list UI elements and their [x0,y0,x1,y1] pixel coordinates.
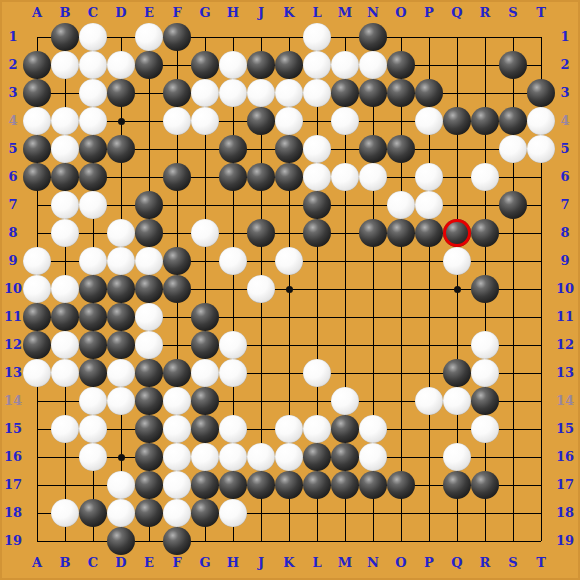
intersection[interactable] [471,387,499,415]
intersection[interactable] [135,79,163,107]
intersection[interactable] [527,359,555,387]
intersection[interactable] [191,303,219,331]
intersection[interactable] [51,415,79,443]
intersection[interactable] [387,499,415,527]
intersection[interactable] [499,499,527,527]
intersection[interactable] [163,415,191,443]
intersection[interactable] [163,275,191,303]
intersection[interactable] [499,471,527,499]
intersection[interactable] [23,415,51,443]
intersection[interactable] [415,23,443,51]
intersection[interactable] [527,247,555,275]
intersection[interactable] [499,163,527,191]
intersection[interactable] [443,415,471,443]
intersection[interactable] [163,247,191,275]
intersection[interactable] [331,275,359,303]
intersection[interactable] [135,107,163,135]
intersection[interactable] [107,79,135,107]
intersection[interactable] [331,359,359,387]
intersection[interactable] [303,219,331,247]
intersection[interactable] [275,135,303,163]
intersection[interactable] [135,331,163,359]
intersection[interactable] [163,51,191,79]
intersection[interactable] [191,527,219,555]
intersection[interactable] [303,303,331,331]
intersection[interactable] [303,163,331,191]
intersection[interactable] [219,499,247,527]
intersection[interactable] [303,275,331,303]
intersection[interactable] [275,387,303,415]
intersection[interactable] [331,471,359,499]
intersection[interactable] [415,331,443,359]
intersection[interactable] [23,443,51,471]
intersection[interactable] [499,331,527,359]
intersection[interactable] [51,331,79,359]
intersection[interactable] [471,359,499,387]
intersection[interactable] [499,275,527,303]
intersection[interactable] [443,443,471,471]
intersection[interactable] [331,527,359,555]
intersection[interactable] [107,247,135,275]
intersection[interactable] [387,107,415,135]
intersection[interactable] [471,499,499,527]
intersection[interactable] [219,219,247,247]
intersection[interactable] [387,79,415,107]
intersection[interactable] [527,387,555,415]
intersection[interactable] [415,471,443,499]
intersection[interactable] [443,527,471,555]
intersection[interactable] [135,499,163,527]
intersection[interactable] [387,51,415,79]
intersection[interactable] [107,51,135,79]
intersection[interactable] [219,303,247,331]
intersection[interactable] [163,219,191,247]
intersection[interactable] [527,303,555,331]
intersection[interactable] [219,415,247,443]
intersection[interactable] [135,527,163,555]
intersection[interactable] [499,51,527,79]
intersection[interactable] [163,79,191,107]
intersection[interactable] [471,443,499,471]
intersection[interactable] [107,23,135,51]
intersection[interactable] [219,527,247,555]
intersection[interactable] [51,135,79,163]
intersection[interactable] [23,51,51,79]
intersection[interactable] [79,219,107,247]
intersection[interactable] [23,303,51,331]
intersection[interactable] [303,527,331,555]
intersection[interactable] [135,443,163,471]
intersection[interactable] [303,499,331,527]
intersection[interactable] [191,163,219,191]
intersection[interactable] [471,219,499,247]
intersection[interactable] [303,135,331,163]
intersection[interactable] [499,527,527,555]
intersection[interactable] [387,415,415,443]
intersection[interactable] [275,527,303,555]
intersection[interactable] [191,387,219,415]
intersection[interactable] [303,51,331,79]
intersection[interactable] [79,415,107,443]
intersection[interactable] [415,387,443,415]
intersection[interactable] [331,191,359,219]
intersection[interactable] [191,415,219,443]
intersection[interactable] [247,359,275,387]
intersection[interactable] [191,135,219,163]
intersection[interactable] [387,163,415,191]
intersection[interactable] [79,191,107,219]
intersection[interactable] [415,247,443,275]
intersection[interactable] [303,415,331,443]
intersection[interactable] [303,191,331,219]
intersection[interactable] [247,387,275,415]
intersection[interactable] [219,387,247,415]
intersection[interactable] [359,331,387,359]
intersection[interactable] [23,275,51,303]
intersection[interactable] [275,331,303,359]
intersection[interactable] [51,387,79,415]
intersection[interactable] [247,219,275,247]
intersection[interactable] [23,191,51,219]
intersection[interactable] [79,247,107,275]
intersection[interactable] [107,163,135,191]
intersection[interactable] [135,387,163,415]
intersection[interactable] [107,359,135,387]
intersection[interactable] [499,135,527,163]
intersection[interactable] [79,499,107,527]
intersection[interactable] [51,219,79,247]
intersection[interactable] [415,79,443,107]
intersection[interactable] [79,527,107,555]
intersection[interactable] [471,51,499,79]
intersection[interactable] [107,275,135,303]
intersection[interactable] [275,247,303,275]
intersection[interactable] [527,331,555,359]
intersection[interactable] [527,23,555,51]
intersection[interactable] [51,247,79,275]
intersection[interactable] [107,331,135,359]
intersection[interactable] [443,79,471,107]
intersection[interactable] [443,135,471,163]
intersection[interactable] [331,135,359,163]
intersection[interactable] [359,51,387,79]
intersection[interactable] [23,163,51,191]
intersection[interactable] [499,219,527,247]
intersection[interactable] [23,527,51,555]
intersection[interactable] [443,219,471,247]
intersection[interactable] [331,107,359,135]
intersection[interactable] [499,415,527,443]
intersection[interactable] [387,275,415,303]
intersection[interactable] [51,303,79,331]
intersection[interactable] [135,275,163,303]
intersection[interactable] [527,527,555,555]
intersection[interactable] [247,331,275,359]
intersection[interactable] [107,191,135,219]
intersection[interactable] [107,527,135,555]
intersection[interactable] [107,135,135,163]
intersection[interactable] [415,163,443,191]
intersection[interactable] [51,275,79,303]
intersection[interactable] [359,163,387,191]
intersection[interactable] [191,219,219,247]
intersection[interactable] [247,443,275,471]
intersection[interactable] [443,107,471,135]
intersection[interactable] [331,331,359,359]
intersection[interactable] [135,163,163,191]
intersection[interactable] [163,331,191,359]
intersection[interactable] [359,79,387,107]
intersection[interactable] [527,275,555,303]
intersection[interactable] [471,247,499,275]
intersection[interactable] [527,107,555,135]
intersection[interactable] [527,471,555,499]
intersection[interactable] [499,191,527,219]
intersection[interactable] [247,135,275,163]
intersection[interactable] [527,415,555,443]
intersection[interactable] [387,359,415,387]
intersection[interactable] [359,499,387,527]
intersection[interactable] [247,415,275,443]
intersection[interactable] [387,303,415,331]
intersection[interactable] [415,107,443,135]
intersection[interactable] [107,499,135,527]
intersection[interactable] [247,107,275,135]
intersection[interactable] [387,471,415,499]
intersection[interactable] [359,359,387,387]
intersection[interactable] [219,275,247,303]
intersection[interactable] [499,247,527,275]
intersection[interactable] [359,527,387,555]
intersection[interactable] [471,275,499,303]
intersection[interactable] [79,331,107,359]
intersection[interactable] [23,135,51,163]
intersection[interactable] [23,471,51,499]
intersection[interactable] [275,51,303,79]
intersection[interactable] [303,387,331,415]
intersection[interactable] [107,219,135,247]
intersection[interactable] [331,499,359,527]
intersection[interactable] [443,499,471,527]
intersection[interactable] [219,359,247,387]
intersection[interactable] [443,303,471,331]
intersection[interactable] [135,23,163,51]
intersection[interactable] [219,331,247,359]
intersection[interactable] [275,219,303,247]
intersection[interactable] [359,387,387,415]
intersection[interactable] [331,23,359,51]
intersection[interactable] [247,499,275,527]
intersection[interactable] [527,135,555,163]
intersection[interactable] [23,499,51,527]
intersection[interactable] [415,51,443,79]
intersection[interactable] [79,135,107,163]
intersection[interactable] [359,303,387,331]
intersection[interactable] [79,79,107,107]
intersection[interactable] [443,23,471,51]
intersection[interactable] [219,79,247,107]
intersection[interactable] [359,443,387,471]
intersection[interactable] [303,107,331,135]
intersection[interactable] [219,247,247,275]
intersection[interactable] [303,247,331,275]
intersection[interactable] [163,499,191,527]
intersection[interactable] [275,275,303,303]
intersection[interactable] [499,107,527,135]
intersection[interactable] [247,471,275,499]
intersection[interactable] [23,359,51,387]
intersection[interactable] [359,219,387,247]
intersection[interactable] [219,443,247,471]
intersection[interactable] [415,219,443,247]
intersection[interactable] [107,107,135,135]
intersection[interactable] [415,191,443,219]
intersection[interactable] [219,191,247,219]
intersection[interactable] [219,23,247,51]
intersection[interactable] [275,471,303,499]
intersection[interactable] [163,443,191,471]
intersection[interactable] [247,247,275,275]
intersection[interactable] [387,527,415,555]
intersection[interactable] [499,23,527,51]
intersection[interactable] [415,359,443,387]
intersection[interactable] [107,387,135,415]
intersection[interactable] [79,23,107,51]
intersection[interactable] [527,443,555,471]
intersection[interactable] [471,527,499,555]
intersection[interactable] [415,135,443,163]
intersection[interactable] [79,387,107,415]
intersection[interactable] [51,163,79,191]
intersection[interactable] [247,191,275,219]
intersection[interactable] [163,527,191,555]
intersection[interactable] [303,443,331,471]
intersection[interactable] [443,387,471,415]
intersection[interactable] [471,471,499,499]
intersection[interactable] [79,443,107,471]
intersection[interactable] [471,79,499,107]
intersection[interactable] [219,51,247,79]
intersection[interactable] [23,387,51,415]
intersection[interactable] [107,471,135,499]
intersection[interactable] [191,275,219,303]
intersection[interactable] [471,23,499,51]
intersection[interactable] [51,527,79,555]
intersection[interactable] [163,135,191,163]
intersection[interactable] [443,163,471,191]
intersection[interactable] [331,387,359,415]
intersection[interactable] [527,499,555,527]
intersection[interactable] [51,359,79,387]
intersection[interactable] [443,247,471,275]
intersection[interactable] [135,247,163,275]
intersection[interactable] [163,191,191,219]
intersection[interactable] [387,23,415,51]
intersection[interactable] [443,191,471,219]
intersection[interactable] [51,51,79,79]
intersection[interactable] [219,135,247,163]
intersection[interactable] [107,443,135,471]
intersection[interactable] [247,23,275,51]
intersection[interactable] [79,107,107,135]
intersection[interactable] [499,303,527,331]
intersection[interactable] [191,471,219,499]
intersection[interactable] [191,79,219,107]
intersection[interactable] [275,79,303,107]
intersection[interactable] [247,163,275,191]
intersection[interactable] [191,107,219,135]
intersection[interactable] [79,275,107,303]
intersection[interactable] [415,275,443,303]
intersection[interactable] [79,51,107,79]
intersection[interactable] [275,107,303,135]
intersection[interactable] [79,471,107,499]
intersection[interactable] [359,23,387,51]
intersection[interactable] [51,107,79,135]
intersection[interactable] [23,247,51,275]
intersection[interactable] [443,331,471,359]
intersection[interactable] [247,527,275,555]
intersection[interactable] [23,79,51,107]
intersection[interactable] [471,331,499,359]
intersection[interactable] [247,303,275,331]
intersection[interactable] [331,219,359,247]
intersection[interactable] [79,359,107,387]
intersection[interactable] [247,51,275,79]
intersection[interactable] [359,415,387,443]
intersection[interactable] [191,443,219,471]
intersection[interactable] [387,247,415,275]
intersection[interactable] [135,191,163,219]
intersection[interactable] [527,51,555,79]
intersection[interactable] [23,23,51,51]
intersection[interactable] [275,163,303,191]
intersection[interactable] [387,219,415,247]
intersection[interactable] [443,471,471,499]
intersection[interactable] [163,303,191,331]
intersection[interactable] [163,107,191,135]
intersection[interactable] [79,303,107,331]
intersection[interactable] [499,79,527,107]
intersection[interactable] [51,23,79,51]
intersection[interactable] [191,51,219,79]
intersection[interactable] [387,387,415,415]
intersection[interactable] [415,443,443,471]
intersection[interactable] [163,163,191,191]
intersection[interactable] [471,191,499,219]
intersection[interactable] [303,471,331,499]
intersection[interactable] [471,303,499,331]
intersection[interactable] [135,415,163,443]
intersection[interactable] [135,51,163,79]
intersection[interactable] [163,387,191,415]
intersection[interactable] [359,135,387,163]
intersection[interactable] [135,471,163,499]
intersection[interactable] [191,191,219,219]
intersection[interactable] [471,163,499,191]
intersection[interactable] [51,79,79,107]
intersection[interactable] [191,331,219,359]
intersection[interactable] [387,135,415,163]
intersection[interactable] [23,331,51,359]
intersection[interactable] [275,23,303,51]
intersection[interactable] [303,23,331,51]
intersection[interactable] [415,527,443,555]
intersection[interactable] [51,191,79,219]
intersection[interactable] [135,359,163,387]
intersection[interactable] [191,247,219,275]
intersection[interactable] [275,359,303,387]
